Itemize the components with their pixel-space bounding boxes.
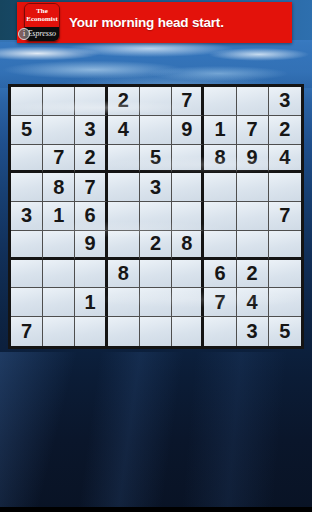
sudoku-cell-r2c9[interactable]: 2 xyxy=(269,116,301,145)
sudoku-cell-r9c9[interactable]: 5 xyxy=(269,317,301,346)
sudoku-cell-r5c1[interactable]: 3 xyxy=(11,202,43,231)
sudoku-cell-r4c1[interactable] xyxy=(11,173,43,202)
sudoku-cell-r4c6[interactable] xyxy=(172,173,204,202)
sudoku-board: 27353491727258948733167928862174735 xyxy=(8,84,304,349)
sudoku-cell-r1c3[interactable] xyxy=(75,87,107,116)
sudoku-cell-r6c4[interactable] xyxy=(108,231,140,260)
sudoku-cell-r2c8[interactable]: 7 xyxy=(237,116,269,145)
sudoku-cell-r1c5[interactable] xyxy=(140,87,172,116)
sudoku-cell-r9c3[interactable] xyxy=(75,317,107,346)
sudoku-cell-r4c4[interactable] xyxy=(108,173,140,202)
sudoku-cell-r8c9[interactable] xyxy=(269,288,301,317)
ad-info-icon[interactable]: i xyxy=(18,28,30,40)
sudoku-cell-r3c2[interactable]: 7 xyxy=(43,145,75,174)
sudoku-cell-r1c7[interactable] xyxy=(204,87,236,116)
sudoku-cell-r3c6[interactable] xyxy=(172,145,204,174)
sudoku-cell-r8c2[interactable] xyxy=(43,288,75,317)
sudoku-cell-r8c6[interactable] xyxy=(172,288,204,317)
sudoku-cell-r4c9[interactable] xyxy=(269,173,301,202)
sudoku-cell-r7c8[interactable]: 2 xyxy=(237,260,269,289)
ocean-deep-streaks xyxy=(0,352,312,512)
ad-headline: Your morning head start. xyxy=(69,2,224,43)
sudoku-cell-r7c2[interactable] xyxy=(43,260,75,289)
sudoku-cell-r6c3[interactable]: 9 xyxy=(75,231,107,260)
sudoku-cell-r7c4[interactable]: 8 xyxy=(108,260,140,289)
sudoku-cell-r9c6[interactable] xyxy=(172,317,204,346)
sudoku-cell-r3c5[interactable]: 5 xyxy=(140,145,172,174)
sudoku-cell-r8c5[interactable] xyxy=(140,288,172,317)
logo-line2: Economist xyxy=(25,15,59,23)
sudoku-cell-r8c7[interactable]: 7 xyxy=(204,288,236,317)
sudoku-cell-r6c5[interactable]: 2 xyxy=(140,231,172,260)
sudoku-cell-r4c5[interactable]: 3 xyxy=(140,173,172,202)
sudoku-cell-r2c6[interactable]: 9 xyxy=(172,116,204,145)
sudoku-cell-r6c9[interactable] xyxy=(269,231,301,260)
sudoku-cell-r3c7[interactable]: 8 xyxy=(204,145,236,174)
sudoku-cell-r5c6[interactable] xyxy=(172,202,204,231)
sudoku-cell-r6c7[interactable] xyxy=(204,231,236,260)
sudoku-cell-r1c6[interactable]: 7 xyxy=(172,87,204,116)
sudoku-cell-r6c1[interactable] xyxy=(11,231,43,260)
sudoku-cell-r8c8[interactable]: 4 xyxy=(237,288,269,317)
espresso-label: Espresso xyxy=(25,27,59,41)
sudoku-cell-r4c8[interactable] xyxy=(237,173,269,202)
sudoku-cell-r1c1[interactable] xyxy=(11,87,43,116)
app-screen: The Economist Espresso i Your morning he… xyxy=(0,0,312,512)
sudoku-cell-r5c8[interactable] xyxy=(237,202,269,231)
bottom-black-bar xyxy=(0,507,312,512)
sudoku-cell-r8c1[interactable] xyxy=(11,288,43,317)
sudoku-cell-r7c5[interactable] xyxy=(140,260,172,289)
sudoku-cell-r7c9[interactable] xyxy=(269,260,301,289)
sudoku-cell-r2c5[interactable] xyxy=(140,116,172,145)
sudoku-cell-r1c4[interactable]: 2 xyxy=(108,87,140,116)
sudoku-cell-r4c7[interactable] xyxy=(204,173,236,202)
sudoku-cell-r4c3[interactable]: 7 xyxy=(75,173,107,202)
sudoku-cell-r4c2[interactable]: 8 xyxy=(43,173,75,202)
sudoku-cell-r6c6[interactable]: 8 xyxy=(172,231,204,260)
sudoku-cell-r3c3[interactable]: 2 xyxy=(75,145,107,174)
sudoku-cell-r3c1[interactable] xyxy=(11,145,43,174)
sudoku-cell-r9c4[interactable] xyxy=(108,317,140,346)
sudoku-cell-r5c4[interactable] xyxy=(108,202,140,231)
sudoku-cell-r7c7[interactable]: 6 xyxy=(204,260,236,289)
logo-line1: The xyxy=(25,7,59,15)
sudoku-cell-r9c7[interactable] xyxy=(204,317,236,346)
sudoku-cell-r3c4[interactable] xyxy=(108,145,140,174)
sudoku-cell-r5c3[interactable]: 6 xyxy=(75,202,107,231)
sudoku-cell-r9c5[interactable] xyxy=(140,317,172,346)
sudoku-cell-r7c3[interactable] xyxy=(75,260,107,289)
sudoku-cell-r3c9[interactable]: 4 xyxy=(269,145,301,174)
sudoku-cell-r1c8[interactable] xyxy=(237,87,269,116)
sudoku-cell-r5c9[interactable]: 7 xyxy=(269,202,301,231)
economist-logo-wordmark: The Economist xyxy=(25,4,59,27)
sudoku-cell-r5c5[interactable] xyxy=(140,202,172,231)
sudoku-cell-r5c7[interactable] xyxy=(204,202,236,231)
sudoku-cell-r2c2[interactable] xyxy=(43,116,75,145)
ad-banner[interactable]: The Economist Espresso i Your morning he… xyxy=(17,2,292,43)
sudoku-cell-r9c1[interactable]: 7 xyxy=(11,317,43,346)
sudoku-cell-r9c2[interactable] xyxy=(43,317,75,346)
sudoku-cell-r9c8[interactable]: 3 xyxy=(237,317,269,346)
sudoku-cell-r6c2[interactable] xyxy=(43,231,75,260)
sudoku-cell-r3c8[interactable]: 9 xyxy=(237,145,269,174)
sudoku-cell-r2c3[interactable]: 3 xyxy=(75,116,107,145)
sudoku-cell-r1c2[interactable] xyxy=(43,87,75,116)
sudoku-cell-r6c8[interactable] xyxy=(237,231,269,260)
ocean-foam-band xyxy=(0,40,312,88)
sudoku-cell-r8c3[interactable]: 1 xyxy=(75,288,107,317)
sudoku-cell-r5c2[interactable]: 1 xyxy=(43,202,75,231)
sudoku-cell-r2c1[interactable]: 5 xyxy=(11,116,43,145)
sudoku-cell-r7c6[interactable] xyxy=(172,260,204,289)
sudoku-cell-r8c4[interactable] xyxy=(108,288,140,317)
sudoku-cell-r2c4[interactable]: 4 xyxy=(108,116,140,145)
sudoku-cell-r2c7[interactable]: 1 xyxy=(204,116,236,145)
sudoku-cell-r1c9[interactable]: 3 xyxy=(269,87,301,116)
sudoku-cell-r7c1[interactable] xyxy=(11,260,43,289)
